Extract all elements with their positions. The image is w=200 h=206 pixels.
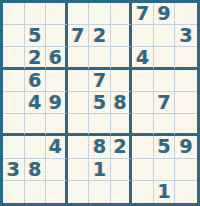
cell-r7c1[interactable] — [3, 136, 25, 158]
cell-r9c6[interactable] — [111, 181, 133, 203]
cell-r7c2[interactable] — [25, 136, 47, 158]
cell-r2c7[interactable] — [132, 25, 154, 47]
cell-r2c9[interactable]: 3 — [175, 25, 197, 47]
cell-r3c8[interactable] — [154, 47, 176, 69]
cell-r1c6[interactable] — [111, 3, 133, 25]
cell-r6c7[interactable] — [132, 114, 154, 136]
cell-r3c9[interactable] — [175, 47, 197, 69]
cell-r5c2[interactable]: 4 — [25, 92, 47, 114]
cell-r4c6[interactable] — [111, 70, 133, 92]
cell-r8c7[interactable] — [132, 159, 154, 181]
cell-r3c2[interactable]: 2 — [25, 47, 47, 69]
cell-r1c7[interactable]: 7 — [132, 3, 154, 25]
cell-r7c5[interactable]: 8 — [89, 136, 111, 158]
cell-r9c8[interactable]: 1 — [154, 181, 176, 203]
cell-r9c4[interactable] — [68, 181, 90, 203]
cell-r1c2[interactable] — [25, 3, 47, 25]
cell-r4c9[interactable] — [175, 70, 197, 92]
cell-r4c7[interactable] — [132, 70, 154, 92]
cell-r9c2[interactable] — [25, 181, 47, 203]
cell-r1c8[interactable]: 9 — [154, 3, 176, 25]
cell-r1c3[interactable] — [46, 3, 68, 25]
cell-r8c5[interactable]: 1 — [89, 159, 111, 181]
cell-r2c6[interactable] — [111, 25, 133, 47]
cell-r3c5[interactable] — [89, 47, 111, 69]
cell-r6c2[interactable] — [25, 114, 47, 136]
cell-r2c1[interactable] — [3, 25, 25, 47]
cell-r6c6[interactable] — [111, 114, 133, 136]
cell-r8c8[interactable] — [154, 159, 176, 181]
cell-r5c9[interactable] — [175, 92, 197, 114]
cell-r2c4[interactable]: 7 — [68, 25, 90, 47]
cell-r4c2[interactable]: 6 — [25, 70, 47, 92]
cell-r4c5[interactable]: 7 — [89, 70, 111, 92]
cell-r1c5[interactable] — [89, 3, 111, 25]
cell-r6c5[interactable] — [89, 114, 111, 136]
cell-r2c3[interactable] — [46, 25, 68, 47]
cell-r4c8[interactable] — [154, 70, 176, 92]
cell-r1c4[interactable] — [68, 3, 90, 25]
sudoku-board: 7957232646749587482593811 — [0, 0, 200, 206]
cell-r6c3[interactable] — [46, 114, 68, 136]
cell-r9c9[interactable] — [175, 181, 197, 203]
cell-r1c1[interactable] — [3, 3, 25, 25]
cell-r5c7[interactable] — [132, 92, 154, 114]
cell-r3c3[interactable]: 6 — [46, 47, 68, 69]
cell-r7c3[interactable]: 4 — [46, 136, 68, 158]
cell-r5c5[interactable]: 5 — [89, 92, 111, 114]
cell-r8c1[interactable]: 3 — [3, 159, 25, 181]
cell-r8c3[interactable] — [46, 159, 68, 181]
cell-r8c6[interactable] — [111, 159, 133, 181]
cell-r4c4[interactable] — [68, 70, 90, 92]
cell-r8c4[interactable] — [68, 159, 90, 181]
cell-r7c8[interactable]: 5 — [154, 136, 176, 158]
cell-r2c5[interactable]: 2 — [89, 25, 111, 47]
cell-r6c1[interactable] — [3, 114, 25, 136]
cell-r6c8[interactable] — [154, 114, 176, 136]
cell-r3c1[interactable] — [3, 47, 25, 69]
cell-r5c6[interactable]: 8 — [111, 92, 133, 114]
cell-r7c6[interactable]: 2 — [111, 136, 133, 158]
cell-r2c2[interactable]: 5 — [25, 25, 47, 47]
cell-r4c1[interactable] — [3, 70, 25, 92]
cell-r7c9[interactable]: 9 — [175, 136, 197, 158]
cell-r8c2[interactable]: 8 — [25, 159, 47, 181]
cell-r7c4[interactable] — [68, 136, 90, 158]
cell-r5c1[interactable] — [3, 92, 25, 114]
cell-r5c3[interactable]: 9 — [46, 92, 68, 114]
cell-r3c6[interactable] — [111, 47, 133, 69]
cell-r4c3[interactable] — [46, 70, 68, 92]
cell-r2c8[interactable] — [154, 25, 176, 47]
cell-r7c7[interactable] — [132, 136, 154, 158]
cell-r3c4[interactable] — [68, 47, 90, 69]
cell-r1c9[interactable] — [175, 3, 197, 25]
cell-r6c9[interactable] — [175, 114, 197, 136]
cell-r3c7[interactable]: 4 — [132, 47, 154, 69]
cell-r5c8[interactable]: 7 — [154, 92, 176, 114]
cell-r9c7[interactable] — [132, 181, 154, 203]
cell-r9c3[interactable] — [46, 181, 68, 203]
cell-r9c5[interactable] — [89, 181, 111, 203]
cell-r5c4[interactable] — [68, 92, 90, 114]
cell-r8c9[interactable] — [175, 159, 197, 181]
cell-r9c1[interactable] — [3, 181, 25, 203]
cell-r6c4[interactable] — [68, 114, 90, 136]
